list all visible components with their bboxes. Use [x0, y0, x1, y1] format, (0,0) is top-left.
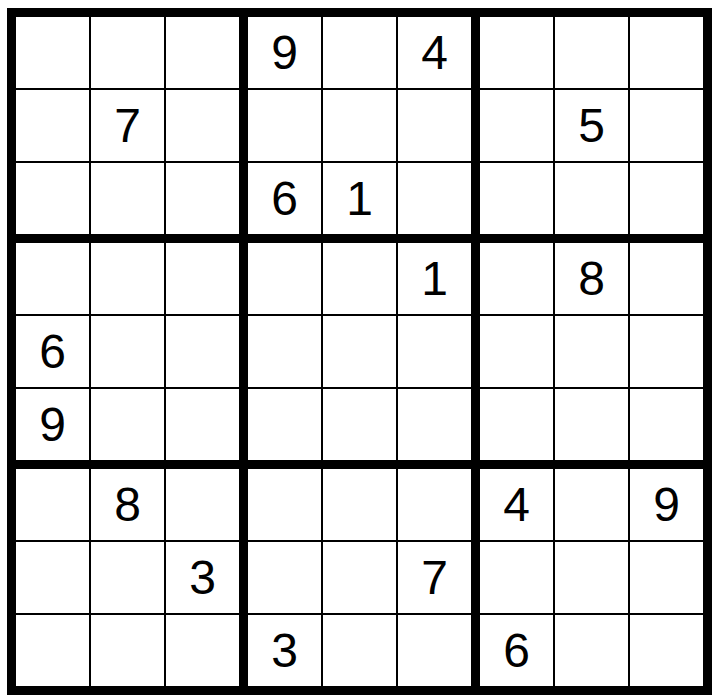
cell-r4c9[interactable]	[630, 243, 703, 316]
cell-r8c5[interactable]	[323, 542, 398, 615]
cell-r3c9[interactable]	[630, 163, 703, 243]
cell-r6c4[interactable]	[248, 389, 323, 469]
cell-r6c3[interactable]	[166, 389, 248, 469]
cell-r7c6[interactable]	[398, 469, 480, 542]
cell-r1c6[interactable]: 4	[398, 17, 480, 90]
cell-r9c6[interactable]	[398, 615, 480, 686]
cell-r2c1[interactable]	[16, 90, 91, 163]
cell-r1c7[interactable]	[480, 17, 555, 90]
cell-r7c9[interactable]: 9	[630, 469, 703, 542]
cell-r2c2[interactable]: 7	[91, 90, 166, 163]
cell-r8c9[interactable]	[630, 542, 703, 615]
cell-r3c2[interactable]	[91, 163, 166, 243]
cell-r7c4[interactable]	[248, 469, 323, 542]
cell-r9c7[interactable]: 6	[480, 615, 555, 686]
cell-r9c1[interactable]	[16, 615, 91, 686]
cell-r2c8[interactable]: 5	[555, 90, 630, 163]
cell-r8c1[interactable]	[16, 542, 91, 615]
cell-r9c8[interactable]	[555, 615, 630, 686]
cell-r2c5[interactable]	[323, 90, 398, 163]
cell-r5c1[interactable]: 6	[16, 316, 91, 389]
cell-r4c2[interactable]	[91, 243, 166, 316]
cell-r8c8[interactable]	[555, 542, 630, 615]
cell-r4c1[interactable]	[16, 243, 91, 316]
cell-r6c8[interactable]	[555, 389, 630, 469]
cell-r1c9[interactable]	[630, 17, 703, 90]
cell-r2c6[interactable]	[398, 90, 480, 163]
cell-r3c6[interactable]	[398, 163, 480, 243]
cell-r2c3[interactable]	[166, 90, 248, 163]
sudoku-board: 94756118698493736	[7, 8, 712, 695]
cell-r7c5[interactable]	[323, 469, 398, 542]
cell-r3c8[interactable]	[555, 163, 630, 243]
cell-r5c4[interactable]	[248, 316, 323, 389]
cell-r1c3[interactable]	[166, 17, 248, 90]
cell-r5c7[interactable]	[480, 316, 555, 389]
cell-r9c9[interactable]	[630, 615, 703, 686]
cell-r2c4[interactable]	[248, 90, 323, 163]
cell-r8c3[interactable]: 3	[166, 542, 248, 615]
cell-r3c4[interactable]: 6	[248, 163, 323, 243]
cell-r5c5[interactable]	[323, 316, 398, 389]
cell-r5c8[interactable]	[555, 316, 630, 389]
cell-r3c7[interactable]	[480, 163, 555, 243]
cell-r1c2[interactable]	[91, 17, 166, 90]
cell-r7c3[interactable]	[166, 469, 248, 542]
cell-r2c7[interactable]	[480, 90, 555, 163]
cell-r4c5[interactable]	[323, 243, 398, 316]
cell-r5c2[interactable]	[91, 316, 166, 389]
cell-r5c3[interactable]	[166, 316, 248, 389]
cell-r1c5[interactable]	[323, 17, 398, 90]
cell-r2c9[interactable]	[630, 90, 703, 163]
cell-r7c1[interactable]	[16, 469, 91, 542]
cell-r9c3[interactable]	[166, 615, 248, 686]
cell-r6c6[interactable]	[398, 389, 480, 469]
cell-r1c4[interactable]: 9	[248, 17, 323, 90]
cell-r8c6[interactable]: 7	[398, 542, 480, 615]
cell-r3c1[interactable]	[16, 163, 91, 243]
cell-r1c1[interactable]	[16, 17, 91, 90]
cell-r7c2[interactable]: 8	[91, 469, 166, 542]
cell-r6c7[interactable]	[480, 389, 555, 469]
cell-r9c5[interactable]	[323, 615, 398, 686]
cell-r4c6[interactable]: 1	[398, 243, 480, 316]
cell-r4c4[interactable]	[248, 243, 323, 316]
cell-r5c9[interactable]	[630, 316, 703, 389]
cell-r8c7[interactable]	[480, 542, 555, 615]
cell-r7c8[interactable]	[555, 469, 630, 542]
cell-r9c4[interactable]: 3	[248, 615, 323, 686]
cell-r3c5[interactable]: 1	[323, 163, 398, 243]
cell-r6c1[interactable]: 9	[16, 389, 91, 469]
cell-r4c7[interactable]	[480, 243, 555, 316]
cell-r6c2[interactable]	[91, 389, 166, 469]
cell-r4c3[interactable]	[166, 243, 248, 316]
cell-r6c5[interactable]	[323, 389, 398, 469]
cell-r9c2[interactable]	[91, 615, 166, 686]
cell-r5c6[interactable]	[398, 316, 480, 389]
cell-r3c3[interactable]	[166, 163, 248, 243]
cell-r1c8[interactable]	[555, 17, 630, 90]
cell-r4c8[interactable]: 8	[555, 243, 630, 316]
cell-r8c4[interactable]	[248, 542, 323, 615]
cell-r6c9[interactable]	[630, 389, 703, 469]
cell-r8c2[interactable]	[91, 542, 166, 615]
cell-r7c7[interactable]: 4	[480, 469, 555, 542]
